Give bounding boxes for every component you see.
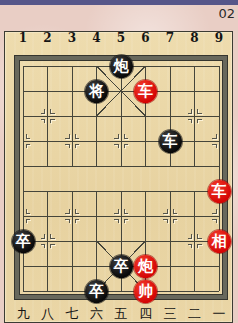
red-general[interactable]: 帅 — [134, 280, 157, 303]
black-chariot[interactable]: 车 — [159, 130, 182, 153]
red-chariot[interactable]: 车 — [134, 80, 157, 103]
xiangqi-board: 123456789 — [4, 31, 233, 323]
black-soldier[interactable]: 卒 — [12, 230, 35, 253]
diagram-number-label: 02 — [218, 6, 235, 21]
black-soldier[interactable]: 卒 — [110, 255, 133, 278]
pieces-layer: 炮将车车车卒相卒炮卒帅 — [11, 54, 232, 304]
black-cannon[interactable]: 炮 — [110, 55, 133, 78]
red-elephant[interactable]: 相 — [208, 230, 231, 253]
black-soldier[interactable]: 卒 — [85, 280, 108, 303]
red-cannon[interactable]: 炮 — [134, 255, 157, 278]
window-title-bar — [0, 0, 238, 5]
xiangqi-app-screen: 02 123456789 — [0, 0, 238, 323]
red-chariot[interactable]: 车 — [208, 180, 231, 203]
black-general[interactable]: 将 — [85, 80, 108, 103]
